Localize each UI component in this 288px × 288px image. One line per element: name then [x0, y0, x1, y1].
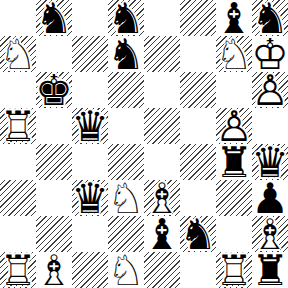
- piece-halo: ♚: [36, 73, 72, 109]
- square-a5[interactable]: ♜♖: [0, 108, 36, 144]
- piece-halo: ♛: [252, 145, 288, 181]
- black-rook-piece: ♜♜: [252, 252, 288, 288]
- square-g5[interactable]: ♟♙: [216, 108, 252, 144]
- square-e6[interactable]: [144, 72, 180, 108]
- white-bishop-piece: ♝♗: [36, 252, 72, 288]
- square-e7[interactable]: [144, 36, 180, 72]
- piece-halo: ♛: [72, 181, 108, 217]
- square-g7[interactable]: ♞♘: [216, 36, 252, 72]
- white-knight-glyph: ♘: [108, 181, 144, 217]
- white-rook-glyph: ♖: [216, 253, 252, 288]
- white-rook-piece: ♜♖: [0, 252, 36, 288]
- white-pawn-glyph: ♙: [252, 73, 288, 109]
- square-b7[interactable]: [36, 36, 72, 72]
- square-g3[interactable]: [216, 180, 252, 216]
- white-bishop-glyph: ♗: [144, 181, 180, 217]
- square-d4[interactable]: [108, 144, 144, 180]
- square-a2[interactable]: [0, 216, 36, 252]
- piece-halo: ♟: [216, 109, 252, 145]
- square-g2[interactable]: [216, 216, 252, 252]
- square-f8[interactable]: [180, 0, 216, 36]
- black-knight-glyph: ♞: [108, 1, 144, 37]
- black-knight-piece: ♞♞: [108, 0, 144, 36]
- square-e2[interactable]: ♝♝: [144, 216, 180, 252]
- piece-halo: ♜: [216, 253, 252, 288]
- piece-halo: ♟: [252, 181, 288, 217]
- white-bishop-piece: ♝♗: [252, 216, 288, 252]
- square-e4[interactable]: [144, 144, 180, 180]
- black-queen-piece: ♛♛: [72, 108, 108, 144]
- piece-halo: ♞: [108, 1, 144, 37]
- square-f3[interactable]: [180, 180, 216, 216]
- black-knight-piece: ♞♞: [108, 36, 144, 72]
- square-b2[interactable]: [36, 216, 72, 252]
- square-a6[interactable]: [0, 72, 36, 108]
- piece-halo: ♝: [216, 1, 252, 37]
- piece-halo: ♞: [108, 181, 144, 217]
- white-rook-glyph: ♖: [0, 253, 36, 288]
- white-king-piece: ♚♔: [252, 36, 288, 72]
- square-g6[interactable]: [216, 72, 252, 108]
- black-bishop-glyph: ♝: [144, 217, 180, 253]
- black-bishop-piece: ♝♝: [216, 0, 252, 36]
- black-knight-piece: ♞♞: [252, 0, 288, 36]
- white-pawn-piece: ♟♙: [216, 108, 252, 144]
- black-queen-glyph: ♛: [72, 181, 108, 217]
- black-knight-glyph: ♞: [36, 1, 72, 37]
- white-pawn-glyph: ♙: [216, 109, 252, 145]
- square-b8[interactable]: ♞♞: [36, 0, 72, 36]
- black-queen-piece: ♛♛: [252, 144, 288, 180]
- piece-halo: ♞: [36, 1, 72, 37]
- square-c3[interactable]: ♛♛: [72, 180, 108, 216]
- square-a1[interactable]: ♜♖: [0, 252, 36, 288]
- square-g8[interactable]: ♝♝: [216, 0, 252, 36]
- black-rook-glyph: ♜: [216, 145, 252, 181]
- piece-halo: ♚: [252, 37, 288, 73]
- piece-halo: ♞: [0, 37, 36, 73]
- black-knight-glyph: ♞: [252, 1, 288, 37]
- white-bishop-glyph: ♗: [36, 253, 72, 288]
- square-h4[interactable]: ♛♛: [252, 144, 288, 180]
- square-e1[interactable]: [144, 252, 180, 288]
- black-knight-piece: ♞♞: [180, 216, 216, 252]
- black-queen-glyph: ♛: [252, 145, 288, 181]
- square-e8[interactable]: [144, 0, 180, 36]
- square-f4[interactable]: [180, 144, 216, 180]
- white-knight-piece: ♞♘: [108, 252, 144, 288]
- piece-halo: ♝: [144, 181, 180, 217]
- piece-halo: ♝: [36, 253, 72, 288]
- square-d6[interactable]: [108, 72, 144, 108]
- square-e3[interactable]: ♝♗: [144, 180, 180, 216]
- square-h3[interactable]: ♟♟: [252, 180, 288, 216]
- white-bishop-piece: ♝♗: [144, 180, 180, 216]
- square-a8[interactable]: [0, 0, 36, 36]
- square-d8[interactable]: ♞♞: [108, 0, 144, 36]
- square-b4[interactable]: [36, 144, 72, 180]
- square-g4[interactable]: ♜♜: [216, 144, 252, 180]
- square-b6[interactable]: ♚♚: [36, 72, 72, 108]
- white-rook-glyph: ♖: [0, 109, 36, 145]
- square-f1[interactable]: [180, 252, 216, 288]
- square-c1[interactable]: [72, 252, 108, 288]
- piece-halo: ♞: [180, 217, 216, 253]
- black-rook-piece: ♜♜: [216, 144, 252, 180]
- piece-halo: ♞: [252, 1, 288, 37]
- piece-halo: ♜: [0, 253, 36, 288]
- black-bishop-glyph: ♝: [216, 1, 252, 37]
- black-pawn-glyph: ♟: [252, 181, 288, 217]
- piece-halo: ♛: [72, 109, 108, 145]
- black-knight-glyph: ♞: [180, 217, 216, 253]
- black-rook-glyph: ♜: [252, 253, 288, 288]
- white-rook-piece: ♜♖: [0, 108, 36, 144]
- square-h7[interactable]: ♚♔: [252, 36, 288, 72]
- square-f7[interactable]: [180, 36, 216, 72]
- square-c7[interactable]: [72, 36, 108, 72]
- square-c2[interactable]: [72, 216, 108, 252]
- square-c4[interactable]: [72, 144, 108, 180]
- piece-halo: ♞: [216, 37, 252, 73]
- square-c6[interactable]: [72, 72, 108, 108]
- square-a4[interactable]: [0, 144, 36, 180]
- piece-halo: ♝: [144, 217, 180, 253]
- piece-halo: ♜: [252, 253, 288, 288]
- square-d7[interactable]: ♞♞: [108, 36, 144, 72]
- piece-halo: ♜: [0, 109, 36, 145]
- square-c5[interactable]: ♛♛: [72, 108, 108, 144]
- black-knight-piece: ♞♞: [36, 0, 72, 36]
- square-d3[interactable]: ♞♘: [108, 180, 144, 216]
- white-knight-piece: ♞♘: [108, 180, 144, 216]
- square-h6[interactable]: ♟♙: [252, 72, 288, 108]
- square-d2[interactable]: [108, 216, 144, 252]
- white-pawn-piece: ♟♙: [252, 72, 288, 108]
- black-king-piece: ♚♚: [36, 72, 72, 108]
- square-f5[interactable]: [180, 108, 216, 144]
- piece-halo: ♝: [252, 217, 288, 253]
- square-c8[interactable]: [72, 0, 108, 36]
- square-d1[interactable]: ♞♘: [108, 252, 144, 288]
- square-b3[interactable]: [36, 180, 72, 216]
- square-h1[interactable]: ♜♜: [252, 252, 288, 288]
- chess-board: ♞♞♞♞♝♝♞♞♞♘♞♞♞♘♚♔♚♚♟♙♜♖♛♛♟♙♜♜♛♛♛♛♞♘♝♗♟♟♝♝…: [0, 0, 288, 288]
- square-a3[interactable]: [0, 180, 36, 216]
- white-knight-piece: ♞♘: [0, 36, 36, 72]
- black-pawn-piece: ♟♟: [252, 180, 288, 216]
- black-bishop-piece: ♝♝: [144, 216, 180, 252]
- black-queen-glyph: ♛: [72, 109, 108, 145]
- white-knight-piece: ♞♘: [216, 36, 252, 72]
- black-queen-piece: ♛♛: [72, 180, 108, 216]
- white-king-glyph: ♔: [252, 37, 288, 73]
- square-b5[interactable]: [36, 108, 72, 144]
- square-g1[interactable]: ♜♖: [216, 252, 252, 288]
- piece-halo: ♞: [108, 253, 144, 288]
- piece-halo: ♜: [216, 145, 252, 181]
- square-e5[interactable]: [144, 108, 180, 144]
- square-f2[interactable]: ♞♞: [180, 216, 216, 252]
- square-b1[interactable]: ♝♗: [36, 252, 72, 288]
- square-f6[interactable]: [180, 72, 216, 108]
- black-knight-glyph: ♞: [108, 37, 144, 73]
- white-bishop-glyph: ♗: [252, 217, 288, 253]
- square-a7[interactable]: ♞♘: [0, 36, 36, 72]
- black-king-glyph: ♚: [36, 73, 72, 109]
- white-knight-glyph: ♘: [108, 253, 144, 288]
- square-h5[interactable]: [252, 108, 288, 144]
- piece-halo: ♟: [252, 73, 288, 109]
- white-rook-piece: ♜♖: [216, 252, 252, 288]
- square-d5[interactable]: [108, 108, 144, 144]
- square-h2[interactable]: ♝♗: [252, 216, 288, 252]
- piece-halo: ♞: [108, 37, 144, 73]
- white-knight-glyph: ♘: [0, 37, 36, 73]
- square-h8[interactable]: ♞♞: [252, 0, 288, 36]
- white-knight-glyph: ♘: [216, 37, 252, 73]
